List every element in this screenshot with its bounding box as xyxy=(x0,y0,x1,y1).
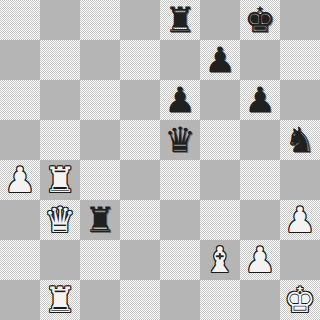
square-c2[interactable] xyxy=(80,240,120,280)
square-f2[interactable]: ♝ xyxy=(200,240,240,280)
square-h1[interactable]: ♚ xyxy=(280,280,320,320)
black-queen[interactable]: ♛ xyxy=(160,120,200,160)
square-e8[interactable]: ♜ xyxy=(160,0,200,40)
square-e6[interactable]: ♟ xyxy=(160,80,200,120)
square-b4[interactable]: ♜ xyxy=(40,160,80,200)
square-e3[interactable] xyxy=(160,200,200,240)
square-g4[interactable] xyxy=(240,160,280,200)
square-h6[interactable] xyxy=(280,80,320,120)
square-a4[interactable]: ♟ xyxy=(0,160,40,200)
square-d3[interactable] xyxy=(120,200,160,240)
square-h7[interactable] xyxy=(280,40,320,80)
square-h4[interactable] xyxy=(280,160,320,200)
square-a7[interactable] xyxy=(0,40,40,80)
square-h8[interactable] xyxy=(280,0,320,40)
square-f7[interactable]: ♟ xyxy=(200,40,240,80)
black-pawn[interactable]: ♟ xyxy=(160,80,200,120)
square-g7[interactable] xyxy=(240,40,280,80)
square-d5[interactable] xyxy=(120,120,160,160)
white-bishop[interactable]: ♝ xyxy=(200,240,240,280)
square-d1[interactable] xyxy=(120,280,160,320)
square-e1[interactable] xyxy=(160,280,200,320)
square-d2[interactable] xyxy=(120,240,160,280)
square-e2[interactable] xyxy=(160,240,200,280)
black-pawn[interactable]: ♟ xyxy=(200,40,240,80)
black-pawn[interactable]: ♟ xyxy=(240,80,280,120)
square-d6[interactable] xyxy=(120,80,160,120)
square-f1[interactable] xyxy=(200,280,240,320)
square-b8[interactable] xyxy=(40,0,80,40)
square-f4[interactable] xyxy=(200,160,240,200)
black-rook[interactable]: ♜ xyxy=(160,0,200,40)
white-king[interactable]: ♚ xyxy=(280,280,320,320)
square-h2[interactable] xyxy=(280,240,320,280)
square-b3[interactable]: ♛ xyxy=(40,200,80,240)
square-a2[interactable] xyxy=(0,240,40,280)
square-d8[interactable] xyxy=(120,0,160,40)
square-a3[interactable] xyxy=(0,200,40,240)
square-e7[interactable] xyxy=(160,40,200,80)
square-b1[interactable]: ♜ xyxy=(40,280,80,320)
square-b7[interactable] xyxy=(40,40,80,80)
square-g5[interactable] xyxy=(240,120,280,160)
square-c8[interactable] xyxy=(80,0,120,40)
square-a6[interactable] xyxy=(0,80,40,120)
square-e5[interactable]: ♛ xyxy=(160,120,200,160)
square-c5[interactable] xyxy=(80,120,120,160)
square-c6[interactable] xyxy=(80,80,120,120)
black-king[interactable]: ♚ xyxy=(240,0,280,40)
black-rook[interactable]: ♜ xyxy=(80,200,120,240)
square-c7[interactable] xyxy=(80,40,120,80)
white-queen[interactable]: ♛ xyxy=(40,200,80,240)
square-g6[interactable]: ♟ xyxy=(240,80,280,120)
square-f8[interactable] xyxy=(200,0,240,40)
square-f6[interactable] xyxy=(200,80,240,120)
square-d7[interactable] xyxy=(120,40,160,80)
square-e4[interactable] xyxy=(160,160,200,200)
black-knight[interactable]: ♞ xyxy=(280,120,320,160)
white-pawn[interactable]: ♟ xyxy=(0,160,40,200)
square-c4[interactable] xyxy=(80,160,120,200)
square-d4[interactable] xyxy=(120,160,160,200)
white-rook[interactable]: ♜ xyxy=(40,160,80,200)
square-b2[interactable] xyxy=(40,240,80,280)
square-g2[interactable]: ♟ xyxy=(240,240,280,280)
square-b5[interactable] xyxy=(40,120,80,160)
square-a1[interactable] xyxy=(0,280,40,320)
square-a8[interactable] xyxy=(0,0,40,40)
white-pawn[interactable]: ♟ xyxy=(240,240,280,280)
square-f5[interactable] xyxy=(200,120,240,160)
square-g3[interactable] xyxy=(240,200,280,240)
square-c3[interactable]: ♜ xyxy=(80,200,120,240)
square-h3[interactable]: ♟ xyxy=(280,200,320,240)
square-a5[interactable] xyxy=(0,120,40,160)
square-b6[interactable] xyxy=(40,80,80,120)
square-g1[interactable] xyxy=(240,280,280,320)
square-g8[interactable]: ♚ xyxy=(240,0,280,40)
square-f3[interactable] xyxy=(200,200,240,240)
square-h5[interactable]: ♞ xyxy=(280,120,320,160)
white-rook[interactable]: ♜ xyxy=(40,280,80,320)
white-pawn[interactable]: ♟ xyxy=(280,200,320,240)
chess-board: ♜♚♟♟♟♛♞♟♜♛♜♟♝♟♜♚ xyxy=(0,0,320,320)
square-c1[interactable] xyxy=(80,280,120,320)
